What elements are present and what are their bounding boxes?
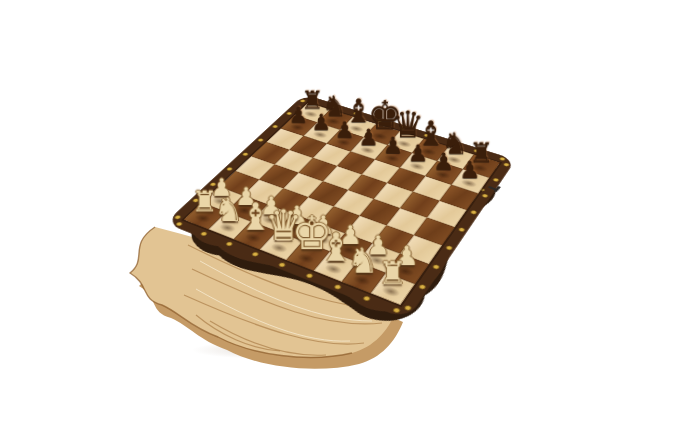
product-photo: ♜♞♝♚♛♝♞♜♟♟♟♟♟♟♟♟♟♟♟♟♟♟♟♟♜♞♝♛♚♝♞♜ — [0, 0, 680, 425]
piece-shadow — [455, 176, 482, 191]
piece-shadow — [362, 251, 392, 269]
